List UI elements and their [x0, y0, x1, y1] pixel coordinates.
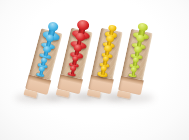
cylinder-block-green [117, 29, 153, 102]
photo-stage [0, 0, 189, 140]
